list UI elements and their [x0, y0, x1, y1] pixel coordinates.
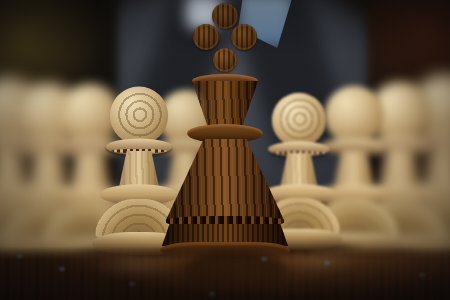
king-reflection	[185, 252, 285, 292]
pawn-reflection-left	[92, 252, 182, 278]
scene	[0, 0, 450, 300]
pawn-reflection-right	[278, 250, 364, 274]
cross-disc-left-icon	[193, 24, 219, 50]
cross-disc-top-icon	[212, 3, 238, 29]
cross-disc-bottom-icon	[213, 48, 237, 72]
dark-king	[150, 2, 300, 258]
cross-disc-right-icon	[231, 24, 257, 50]
king-crown-cup	[192, 81, 258, 129]
specular-glints	[0, 0, 4, 2]
king-body	[158, 139, 292, 220]
king-cross-finial	[150, 2, 300, 78]
